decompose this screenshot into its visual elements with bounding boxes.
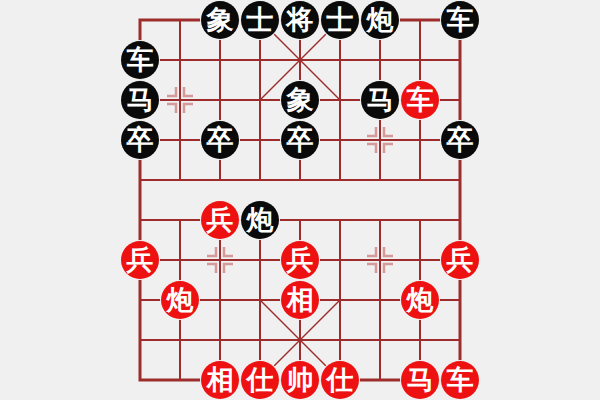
piece-black-chariot[interactable]: 车 xyxy=(121,41,159,79)
piece-black-pawn[interactable]: 卒 xyxy=(441,121,479,159)
piece-red-elephant[interactable]: 相 xyxy=(281,281,319,319)
piece-red-cannon[interactable]: 炮 xyxy=(161,281,199,319)
piece-black-general[interactable]: 将 xyxy=(281,1,319,39)
piece-red-general[interactable]: 帅 xyxy=(281,361,319,399)
piece-red-pawn[interactable]: 兵 xyxy=(201,201,239,239)
piece-black-elephant[interactable]: 象 xyxy=(281,81,319,119)
piece-black-pawn[interactable]: 卒 xyxy=(201,121,239,159)
piece-red-chariot[interactable]: 车 xyxy=(401,81,439,119)
piece-black-cannon[interactable]: 炮 xyxy=(361,1,399,39)
piece-black-chariot[interactable]: 车 xyxy=(441,1,479,39)
piece-black-pawn[interactable]: 卒 xyxy=(281,121,319,159)
piece-black-elephant[interactable]: 象 xyxy=(201,1,239,39)
xiangqi-app-screen: 象士将士炮车车马象马车卒卒卒卒兵炮兵兵兵炮相炮相仕帅仕马车 xyxy=(0,0,600,400)
piece-red-elephant[interactable]: 相 xyxy=(201,361,239,399)
piece-black-advisor[interactable]: 士 xyxy=(241,1,279,39)
piece-black-cannon[interactable]: 炮 xyxy=(241,201,279,239)
piece-black-advisor[interactable]: 士 xyxy=(321,1,359,39)
piece-red-advisor[interactable]: 仕 xyxy=(241,361,279,399)
piece-red-chariot[interactable]: 车 xyxy=(441,361,479,399)
piece-red-pawn[interactable]: 兵 xyxy=(441,241,479,279)
piece-black-horse[interactable]: 马 xyxy=(361,81,399,119)
piece-red-pawn[interactable]: 兵 xyxy=(121,241,159,279)
piece-red-cannon[interactable]: 炮 xyxy=(401,281,439,319)
piece-black-horse[interactable]: 马 xyxy=(121,81,159,119)
piece-red-pawn[interactable]: 兵 xyxy=(281,241,319,279)
piece-black-pawn[interactable]: 卒 xyxy=(121,121,159,159)
xiangqi-board[interactable] xyxy=(0,0,600,400)
piece-red-horse[interactable]: 马 xyxy=(401,361,439,399)
piece-red-advisor[interactable]: 仕 xyxy=(321,361,359,399)
board-grid-lines xyxy=(140,20,460,380)
